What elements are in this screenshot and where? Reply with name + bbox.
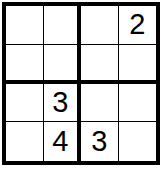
cell-r3c2[interactable]: 3 bbox=[44, 84, 82, 123]
cell-r2c1[interactable] bbox=[6, 45, 44, 84]
cell-r2c3[interactable] bbox=[81, 45, 119, 84]
cell-r4c1[interactable] bbox=[6, 122, 44, 161]
cell-r1c4[interactable]: 2 bbox=[119, 6, 157, 45]
cell-r3c3[interactable] bbox=[81, 84, 119, 123]
cell-r1c2[interactable] bbox=[44, 6, 82, 45]
cell-r2c2[interactable] bbox=[44, 45, 82, 84]
cell-r3c1[interactable] bbox=[6, 84, 44, 123]
sudoku-board: 2 3 4 3 bbox=[2, 2, 160, 165]
puzzle-page: 2 3 4 3 bbox=[0, 0, 165, 169]
cell-r2c4[interactable] bbox=[119, 45, 157, 84]
cell-r4c3[interactable]: 3 bbox=[81, 122, 119, 161]
cell-r4c2[interactable]: 4 bbox=[44, 122, 82, 161]
cell-r1c3[interactable] bbox=[81, 6, 119, 45]
cell-r1c1[interactable] bbox=[6, 6, 44, 45]
cell-r3c4[interactable] bbox=[119, 84, 157, 123]
cell-r4c4[interactable] bbox=[119, 122, 157, 161]
